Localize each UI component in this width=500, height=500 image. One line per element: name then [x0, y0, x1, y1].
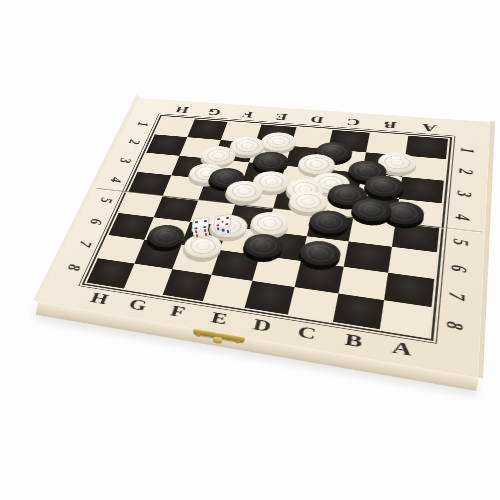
file-label-A: A — [408, 117, 450, 139]
clasp-foot — [235, 339, 241, 344]
file-label-D: D — [297, 109, 338, 130]
die-2 — [214, 215, 232, 235]
file-label-C: C — [333, 112, 374, 133]
product-photo-stage: HGFEDCBA HGFEDCBA 12345678 12345678 — [0, 0, 500, 500]
die-2-front-face — [214, 225, 232, 236]
clasp-foot — [195, 332, 201, 337]
file-label-B: B — [370, 114, 411, 136]
folding-chessboard: HGFEDCBA HGFEDCBA 12345678 12345678 — [38, 98, 490, 378]
file-label-E: E — [262, 107, 302, 127]
clasp-knob — [213, 336, 223, 343]
die-1 — [192, 218, 210, 238]
die-1-front-face — [192, 228, 210, 239]
